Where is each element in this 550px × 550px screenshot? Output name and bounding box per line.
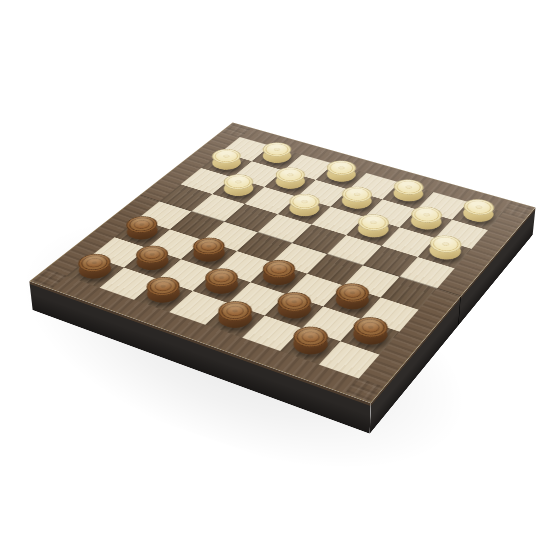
checker-piece-dark — [141, 283, 186, 309]
checker-piece-dark — [347, 323, 393, 351]
checker-piece-light — [336, 193, 376, 214]
product-photo-background — [0, 0, 550, 550]
checker-piece-dark — [73, 260, 118, 284]
checker-piece-light — [405, 213, 446, 235]
checker-piece-dark — [287, 332, 334, 360]
checker-piece-light — [270, 173, 310, 193]
checker-piece-dark — [330, 289, 375, 315]
checker-piece-dark — [199, 274, 244, 299]
checker-piece-light — [218, 180, 258, 201]
checker-piece-dark — [271, 298, 316, 324]
checker-piece-light — [352, 220, 393, 243]
checker-piece-dark — [257, 266, 301, 291]
checker-piece-dark — [212, 307, 258, 334]
checker-piece-dark — [130, 251, 174, 275]
